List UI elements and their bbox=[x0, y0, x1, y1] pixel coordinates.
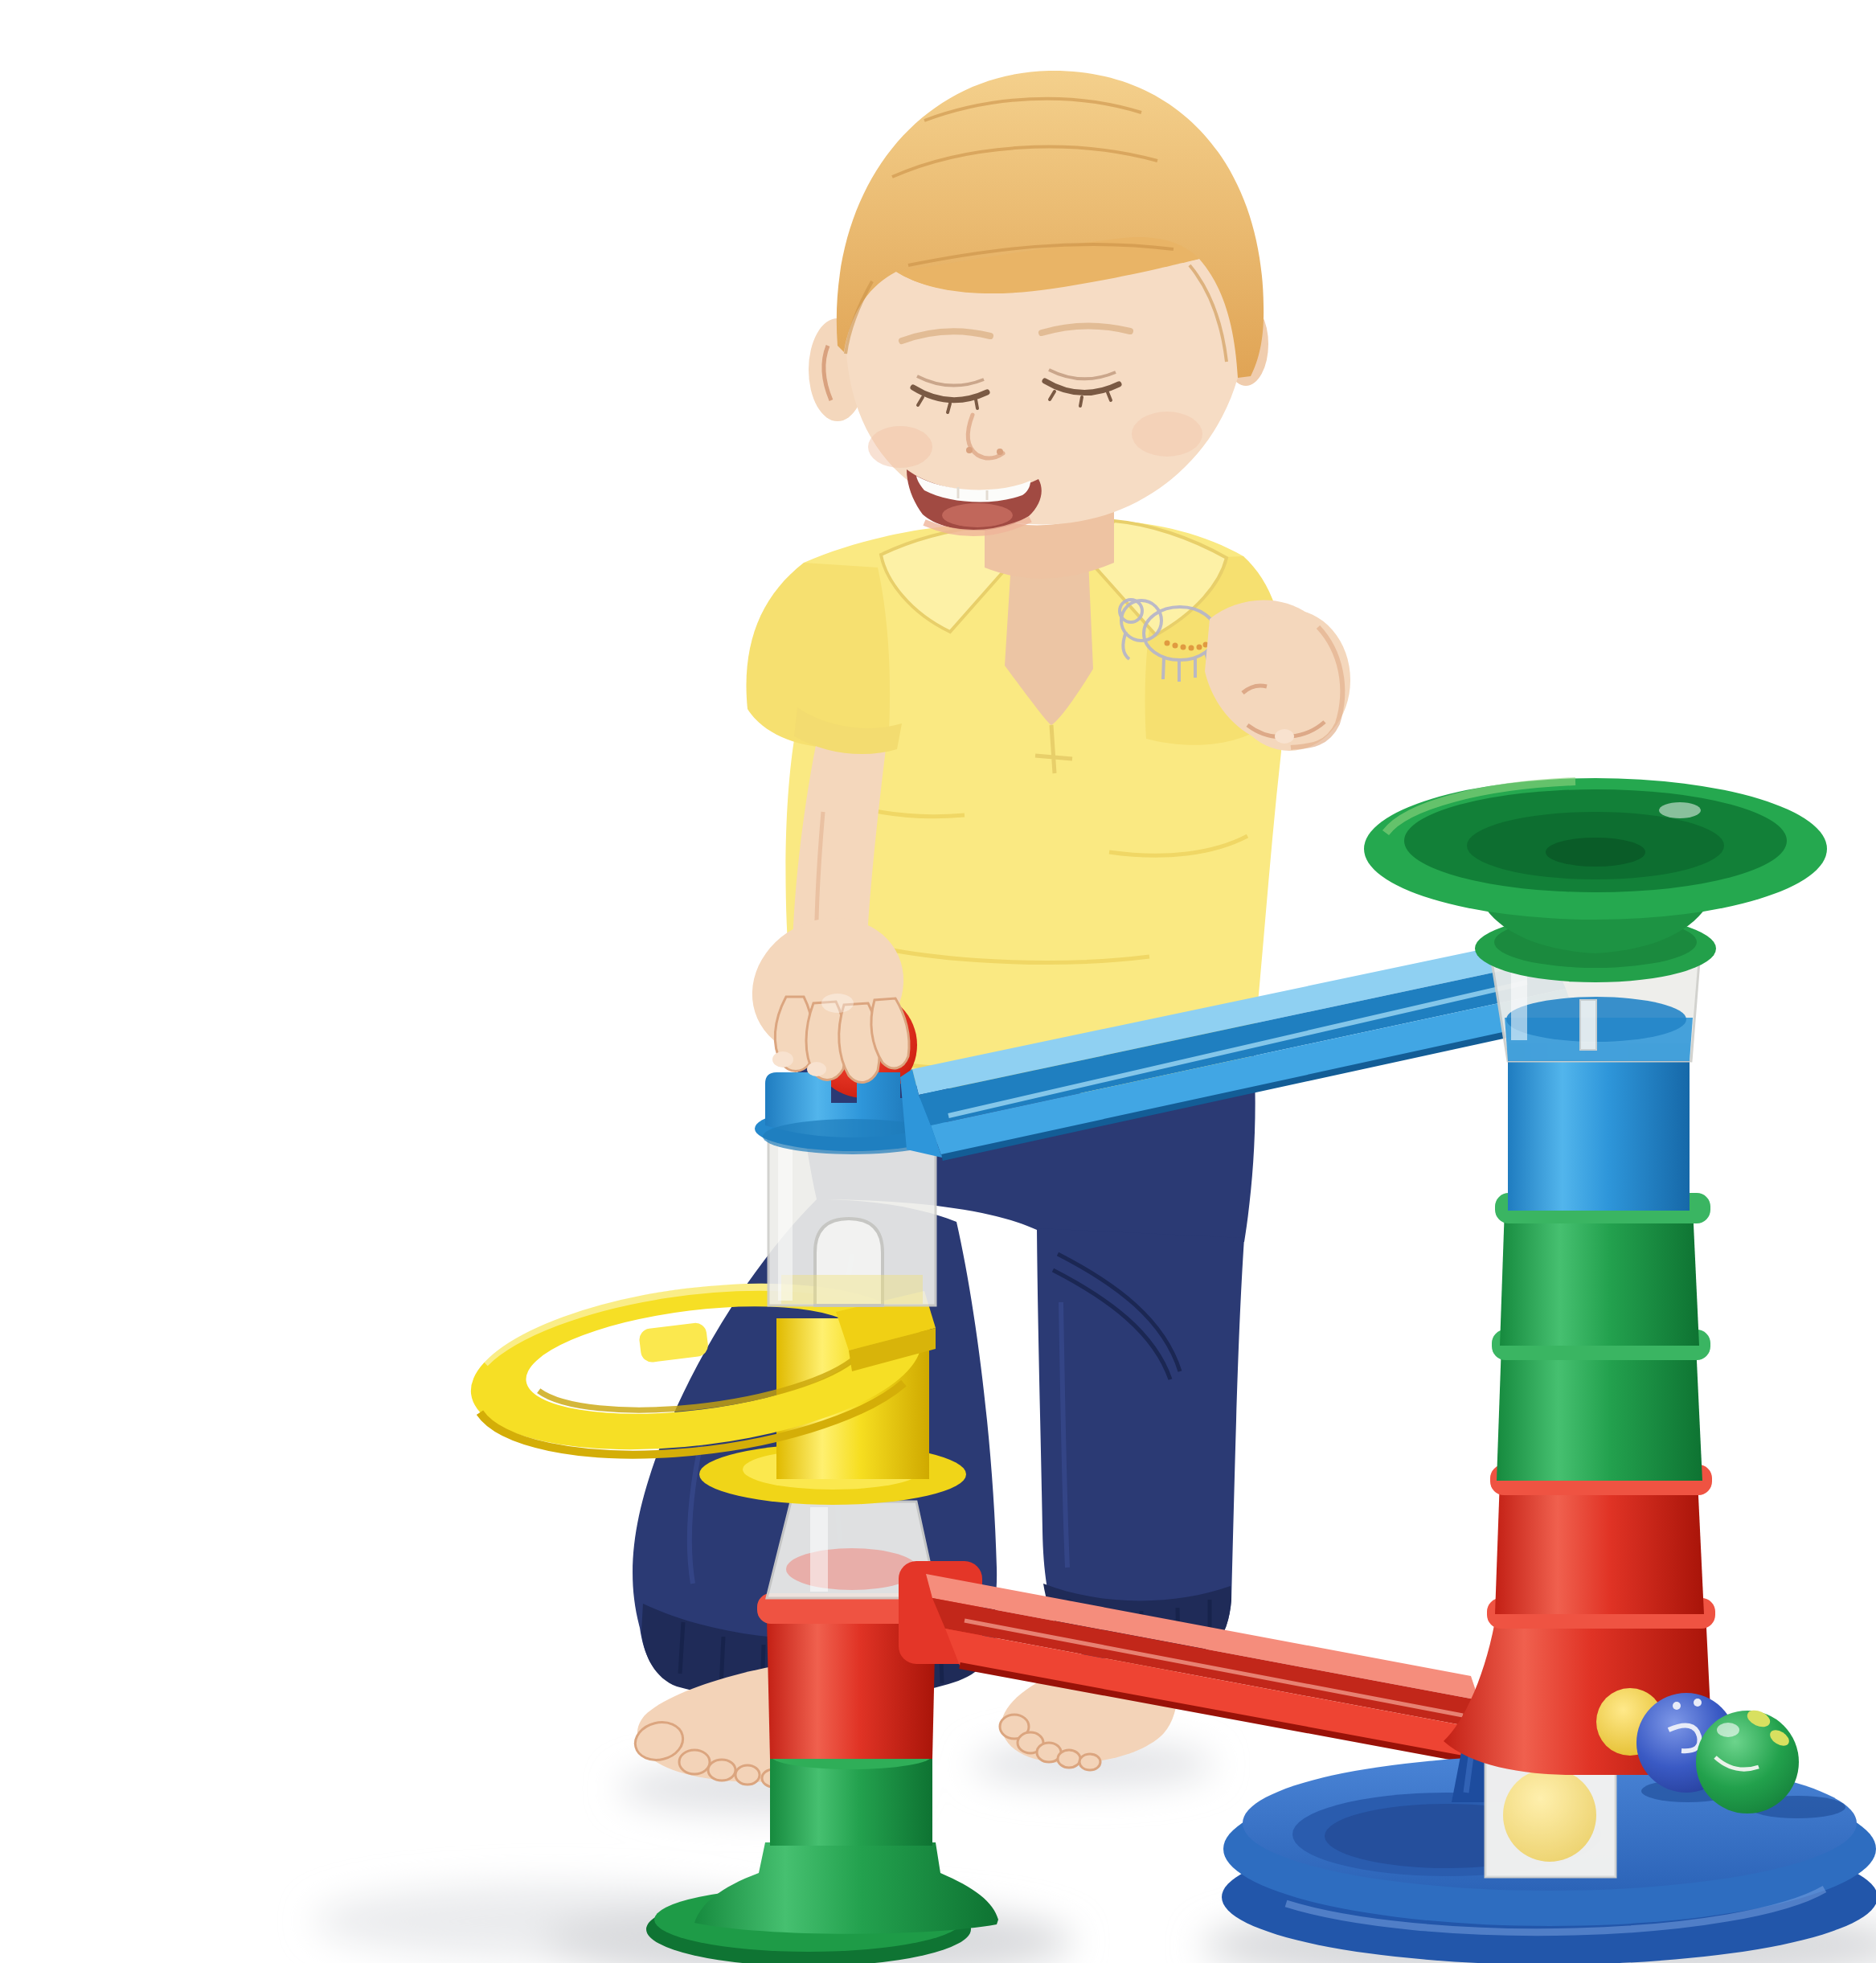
left-cheek-blush bbox=[868, 426, 932, 468]
nostril-left bbox=[966, 447, 973, 453]
blue-ball-dot-1 bbox=[1673, 1702, 1681, 1710]
nostril-right bbox=[997, 449, 1003, 455]
green-segment-1 bbox=[1500, 1207, 1699, 1346]
green-ball bbox=[1696, 1711, 1799, 1813]
green-ball-highlight bbox=[1717, 1723, 1739, 1737]
ball-specular-under-hand bbox=[821, 994, 854, 1013]
funnel-latch-pin bbox=[1580, 1000, 1596, 1050]
clear-tube-highlight bbox=[778, 1133, 793, 1301]
green-segment-2 bbox=[1497, 1344, 1702, 1481]
right-blue-cylinder bbox=[1508, 1043, 1690, 1211]
fist-nail bbox=[1275, 729, 1294, 744]
photo-canvas bbox=[0, 0, 1876, 1963]
finger-nail-2 bbox=[807, 1062, 826, 1076]
blue-ball-dot-2 bbox=[1694, 1699, 1702, 1707]
photo-toddler-ball-run bbox=[0, 0, 1876, 1963]
right-funnel-highlight bbox=[1511, 968, 1527, 1040]
red-segment-1 bbox=[1495, 1479, 1704, 1614]
bowl-specular bbox=[1659, 802, 1701, 818]
clear-tube-yellow-glow bbox=[781, 1275, 923, 1304]
right-cheek-blush bbox=[1132, 412, 1202, 457]
tongue bbox=[942, 503, 1013, 527]
left-clear-funnel-red-glow bbox=[786, 1548, 918, 1590]
bowl-hole bbox=[1546, 838, 1645, 867]
left-clear-funnel-highlight bbox=[810, 1507, 828, 1592]
finger-nail-1 bbox=[772, 1051, 793, 1068]
